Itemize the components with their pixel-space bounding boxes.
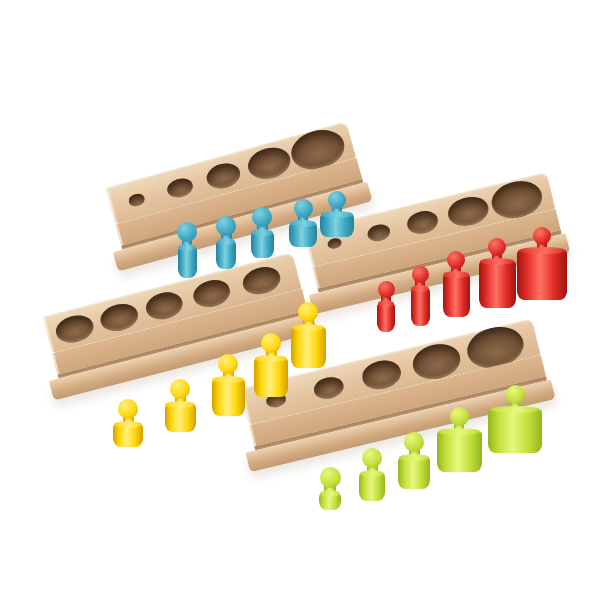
cylinder-knob (320, 467, 341, 488)
cylinder-knob (216, 216, 236, 236)
blue-cylinder-3 (249, 207, 276, 258)
cylinder-body (517, 249, 567, 300)
blue-cylinder-5 (318, 191, 356, 237)
cylinder-knob (298, 302, 318, 322)
red-cylinder-3 (441, 251, 472, 317)
cylinder-knob (294, 199, 313, 218)
block-hole (127, 192, 145, 207)
yellow-cylinder-1 (111, 399, 145, 447)
cylinder-body (443, 273, 470, 317)
cylinder-body (377, 302, 395, 332)
cylinder-body (488, 408, 542, 453)
cylinder-knob (261, 333, 281, 353)
block-hole (404, 208, 439, 236)
yellow-cylinder-5 (289, 302, 328, 368)
block-hole (312, 374, 346, 401)
cylinder-knob (118, 399, 138, 419)
yellow-cylinder-4 (252, 333, 290, 397)
cylinder-body (289, 222, 317, 247)
product-photo (0, 0, 600, 600)
block-hole (327, 237, 343, 250)
cylinder-knob (362, 448, 382, 468)
cylinder-knob (412, 266, 429, 283)
green-cylinder-1 (317, 467, 343, 510)
cylinder-body (319, 492, 341, 510)
scene (0, 0, 600, 600)
blue-cylinder-4 (287, 199, 319, 247)
cylinder-body (178, 246, 197, 278)
cylinder-body (398, 456, 430, 489)
green-cylinder-5 (486, 385, 544, 453)
green-cylinder-2 (357, 448, 387, 501)
red-cylinder-4 (477, 238, 518, 308)
cylinder-body (165, 403, 196, 432)
block-hole (191, 276, 233, 310)
cylinder-knob (533, 227, 551, 245)
cylinder-knob (506, 385, 525, 404)
cylinder-body (320, 213, 354, 237)
cylinder-knob (252, 207, 272, 227)
blue-cylinder-2 (214, 216, 238, 269)
yellow-cylinder-3 (210, 354, 247, 416)
cylinder-knob (177, 222, 197, 242)
cylinder-body (254, 357, 288, 397)
cylinder-body (251, 231, 274, 258)
block-hole (240, 263, 283, 298)
cylinder-knob (218, 354, 238, 374)
cylinder-knob (488, 238, 506, 256)
blue-cylinder-1 (175, 222, 199, 278)
yellow-cylinder-2 (163, 379, 198, 432)
cylinder-body (359, 472, 385, 501)
block-hole (98, 300, 141, 335)
block-hole (359, 357, 403, 393)
cylinder-knob (378, 281, 395, 298)
cylinder-knob (170, 379, 190, 399)
block-hole (165, 176, 195, 200)
cylinder-body (291, 326, 326, 368)
cylinder-body (212, 378, 245, 416)
cylinder-knob (328, 191, 346, 209)
block-hole (204, 160, 243, 192)
cylinder-body (113, 423, 143, 447)
cylinder-knob (450, 407, 469, 426)
cylinder-body (216, 240, 236, 269)
cylinder-body (437, 430, 482, 472)
cylinder-body (479, 260, 516, 308)
block-hole (445, 193, 492, 230)
red-cylinder-5 (515, 227, 569, 300)
block-hole (53, 311, 96, 346)
block-hole (365, 222, 391, 243)
green-cylinder-3 (396, 432, 432, 489)
red-cylinder-1 (375, 281, 397, 332)
cylinder-knob (447, 251, 465, 269)
block-hole (143, 289, 185, 323)
cylinder-body (411, 287, 430, 326)
green-cylinder-4 (435, 407, 484, 472)
cylinder-knob (404, 432, 424, 452)
red-cylinder-2 (409, 266, 432, 326)
